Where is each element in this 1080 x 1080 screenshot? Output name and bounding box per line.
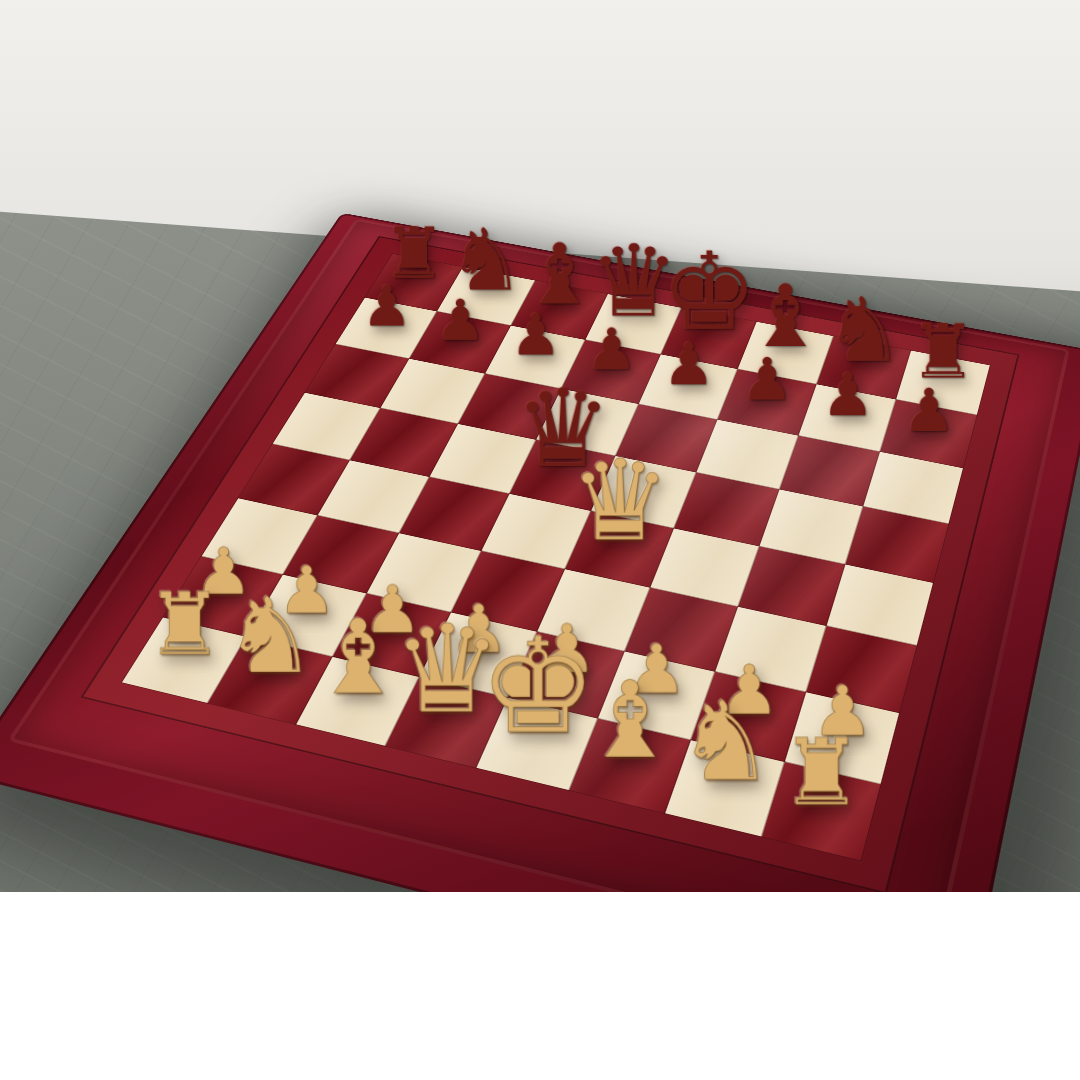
- bottom-white-band: [0, 892, 1080, 1080]
- photo-stage: ♜♞♝♛♚♝♞♜♟♟♟♟♟♟♟♟♛♛♟♟♟♟♟♟♟♟♜♞♝♛♚♝♞♜: [0, 0, 1080, 1080]
- black-pawn-glyph: ♟: [741, 351, 793, 410]
- white-bishop-glyph: ♝: [583, 668, 678, 774]
- white-queen-glyph: ♛: [570, 445, 671, 557]
- black-pawn-glyph: ♟: [362, 279, 412, 335]
- black-pawn-glyph: ♟: [821, 366, 874, 425]
- white-bishop-glyph: ♝: [312, 606, 404, 709]
- black-pawn-glyph: ♟: [510, 307, 561, 364]
- white-rook-glyph: ♜: [780, 727, 863, 819]
- white-knight-glyph: ♞: [224, 584, 318, 688]
- white-knight-glyph: ♞: [676, 687, 774, 797]
- black-pawn-glyph: ♟: [663, 336, 715, 394]
- black-pawn-glyph: ♟: [902, 381, 955, 441]
- black-pawn-glyph: ♟: [435, 293, 486, 350]
- white-king-glyph: ♚: [479, 620, 597, 752]
- board-plane: ♜♞♝♛♚♝♞♜♟♟♟♟♟♟♟♟♛♛♟♟♟♟♟♟♟♟♜♞♝♛♚♝♞♜: [122, 254, 990, 860]
- white-rook-glyph: ♜: [147, 582, 224, 668]
